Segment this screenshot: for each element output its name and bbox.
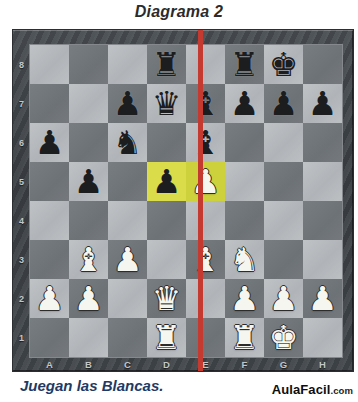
rank-label-5: 5 — [13, 162, 30, 201]
brand-logo: AulaFacil.com — [272, 382, 353, 397]
square-e4 — [186, 201, 225, 240]
piece-black-pawn: ♟ — [147, 162, 186, 201]
piece-white-king: ♚ — [264, 318, 303, 357]
piece-black-bishop: ♝ — [186, 123, 225, 162]
square-b6 — [69, 123, 108, 162]
square-f5 — [225, 162, 264, 201]
square-f2: ♟ — [225, 279, 264, 318]
rank-label-7: 7 — [13, 84, 30, 123]
square-e7: ♝ — [186, 84, 225, 123]
square-g4 — [264, 201, 303, 240]
piece-black-pawn: ♟ — [225, 84, 264, 123]
square-h6 — [303, 123, 342, 162]
square-h8 — [303, 45, 342, 84]
square-g6 — [264, 123, 303, 162]
file-label-d: D — [147, 357, 186, 371]
square-a1 — [30, 318, 69, 357]
piece-black-pawn: ♟ — [303, 84, 342, 123]
piece-white-rook: ♜ — [225, 318, 264, 357]
piece-white-pawn: ♟ — [30, 279, 69, 318]
square-c7: ♟ — [108, 84, 147, 123]
square-c5 — [108, 162, 147, 201]
piece-white-pawn: ♟ — [69, 279, 108, 318]
rank-label-2: 2 — [13, 279, 30, 318]
square-h2: ♟ — [303, 279, 342, 318]
square-b4 — [69, 201, 108, 240]
square-g8: ♚ — [264, 45, 303, 84]
square-h1 — [303, 318, 342, 357]
brand-suffix: .com — [330, 385, 353, 396]
square-b1 — [69, 318, 108, 357]
piece-white-pawn: ♟ — [225, 279, 264, 318]
piece-black-pawn: ♟ — [30, 123, 69, 162]
square-g7: ♟ — [264, 84, 303, 123]
file-label-b: B — [69, 357, 108, 371]
square-h4 — [303, 201, 342, 240]
file-labels: ABCDEFGH — [30, 357, 342, 371]
square-g3 — [264, 240, 303, 279]
square-d3 — [147, 240, 186, 279]
piece-black-rook: ♜ — [225, 45, 264, 84]
square-b8 — [69, 45, 108, 84]
square-c4 — [108, 201, 147, 240]
piece-black-king: ♚ — [264, 45, 303, 84]
rank-label-4: 4 — [13, 201, 30, 240]
square-c6: ♞ — [108, 123, 147, 162]
square-g1: ♚ — [264, 318, 303, 357]
square-c1 — [108, 318, 147, 357]
square-c8 — [108, 45, 147, 84]
square-h3 — [303, 240, 342, 279]
piece-white-queen: ♛ — [147, 279, 186, 318]
piece-black-pawn: ♟ — [108, 84, 147, 123]
square-e3: ♝ — [186, 240, 225, 279]
piece-white-rook: ♜ — [147, 318, 186, 357]
square-d4 — [147, 201, 186, 240]
square-a7 — [30, 84, 69, 123]
square-d5: ♟ — [147, 162, 186, 201]
rank-labels: 87654321 — [13, 45, 30, 357]
square-d8: ♜ — [147, 45, 186, 84]
file-label-c: C — [108, 357, 147, 371]
square-b2: ♟ — [69, 279, 108, 318]
board-frame: 87654321 ♜♜♚♟♛♝♟♟♟♟♞♝♟♟♟♝♟♝♞♟♟♛♟♟♟♜♜♚ AB… — [13, 30, 353, 371]
chess-board: ♜♜♚♟♛♝♟♟♟♟♞♝♟♟♟♝♟♝♞♟♟♛♟♟♟♜♜♚ — [30, 45, 342, 357]
square-g2: ♟ — [264, 279, 303, 318]
rank-label-1: 1 — [13, 318, 30, 357]
piece-white-knight: ♞ — [225, 240, 264, 279]
file-label-g: G — [264, 357, 303, 371]
piece-black-bishop: ♝ — [186, 84, 225, 123]
square-d1: ♜ — [147, 318, 186, 357]
square-e5: ♟ — [186, 162, 225, 201]
board-divider-line — [198, 30, 203, 371]
diagram-title: Diagrama 2 — [0, 3, 358, 21]
square-a8 — [30, 45, 69, 84]
square-e1 — [186, 318, 225, 357]
piece-white-pawn: ♟ — [264, 279, 303, 318]
piece-white-pawn: ♟ — [108, 240, 147, 279]
turn-caption: Juegan las Blancas. — [20, 377, 163, 394]
file-label-a: A — [30, 357, 69, 371]
square-f1: ♜ — [225, 318, 264, 357]
square-a5 — [30, 162, 69, 201]
piece-white-bishop: ♝ — [69, 240, 108, 279]
piece-white-pawn: ♟ — [303, 279, 342, 318]
piece-black-queen: ♛ — [147, 84, 186, 123]
piece-white-bishop: ♝ — [186, 240, 225, 279]
square-e8 — [186, 45, 225, 84]
square-h5 — [303, 162, 342, 201]
square-a2: ♟ — [30, 279, 69, 318]
square-g5 — [264, 162, 303, 201]
square-a6: ♟ — [30, 123, 69, 162]
square-f7: ♟ — [225, 84, 264, 123]
square-f3: ♞ — [225, 240, 264, 279]
square-d6 — [147, 123, 186, 162]
rank-label-8: 8 — [13, 45, 30, 84]
square-d7: ♛ — [147, 84, 186, 123]
brand-name: AulaFacil — [272, 382, 331, 397]
square-b5: ♟ — [69, 162, 108, 201]
square-e6: ♝ — [186, 123, 225, 162]
file-label-e: E — [186, 357, 225, 371]
square-f4 — [225, 201, 264, 240]
square-f8: ♜ — [225, 45, 264, 84]
rank-label-6: 6 — [13, 123, 30, 162]
piece-black-knight: ♞ — [108, 123, 147, 162]
square-a4 — [30, 201, 69, 240]
square-f6 — [225, 123, 264, 162]
piece-black-pawn: ♟ — [264, 84, 303, 123]
square-b7 — [69, 84, 108, 123]
square-c3: ♟ — [108, 240, 147, 279]
square-d2: ♛ — [147, 279, 186, 318]
piece-white-pawn: ♟ — [186, 162, 225, 201]
file-label-f: F — [225, 357, 264, 371]
square-b3: ♝ — [69, 240, 108, 279]
square-c2 — [108, 279, 147, 318]
file-label-h: H — [303, 357, 342, 371]
square-a3 — [30, 240, 69, 279]
rank-label-3: 3 — [13, 240, 30, 279]
square-h7: ♟ — [303, 84, 342, 123]
square-e2 — [186, 279, 225, 318]
piece-black-rook: ♜ — [147, 45, 186, 84]
piece-black-pawn: ♟ — [69, 162, 108, 201]
